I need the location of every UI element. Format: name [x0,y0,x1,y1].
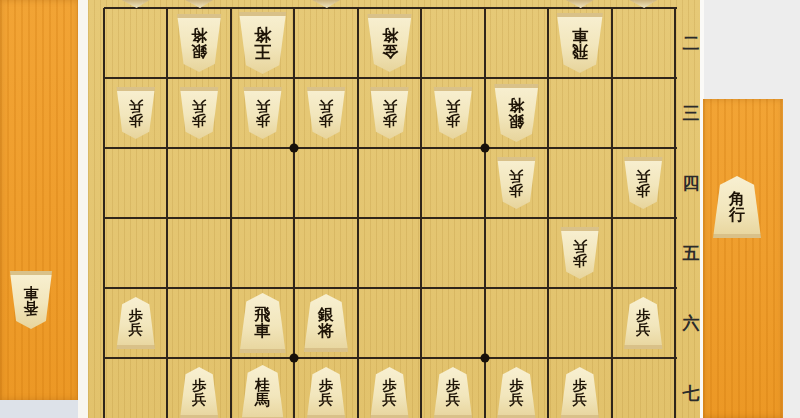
piece-kanji: 歩 [636,309,650,323]
piece-歩兵-gote[interactable]: 歩兵 [496,157,536,209]
piece-kanji: 歩 [509,183,523,197]
grid-line [104,77,677,79]
piece-kanji: 兵 [446,99,460,113]
piece-kanji: 兵 [636,323,650,337]
piece-kanji: 兵 [256,99,270,113]
piece-歩兵-gote[interactable]: 歩兵 [306,87,346,139]
piece-kanji: 将 [382,27,398,43]
piece-kanji: 兵 [192,99,206,113]
piece-銀将-gote[interactable]: 銀将 [176,14,222,72]
grid-line [104,287,677,289]
sente-piece-stand[interactable]: 角行 [703,99,783,418]
piece-kanji: 馬 [255,393,270,408]
piece-kanji: 歩 [256,113,270,127]
piece-歩兵-gote[interactable]: 歩兵 [623,157,663,209]
piece-kanji: 桂 [255,378,270,393]
grid-line [104,217,677,219]
piece-kanji: 銀 [191,43,207,59]
piece-kanji: 兵 [319,393,333,407]
piece-kanji: 兵 [383,393,397,407]
piece-kanji: 歩 [446,379,460,393]
shogi-screenshot: 香車 二三四五六七銀将王将金将飛車歩兵歩兵歩兵歩兵歩兵歩兵銀将歩兵歩兵歩兵歩兵飛… [0,0,800,418]
piece-kanji: 兵 [319,99,333,113]
piece-歩兵-gote[interactable]: 歩兵 [179,87,219,139]
shogi-board[interactable]: 二三四五六七銀将王将金将飛車歩兵歩兵歩兵歩兵歩兵歩兵銀将歩兵歩兵歩兵歩兵飛車銀将… [88,0,700,418]
piece-香車-gote[interactable]: 香車 [9,271,53,329]
piece-歩兵-sente[interactable]: 歩兵 [496,367,536,418]
piece-kanji: 歩 [192,113,206,127]
piece-kanji: 金 [382,43,398,59]
piece-kanji: 歩 [192,379,206,393]
gote-piece-stand[interactable]: 香車 [0,0,78,400]
piece-kanji: 行 [729,207,745,223]
piece-角行-sente[interactable]: 角行 [712,176,762,238]
rank-label: 四 [679,172,703,195]
table-gap-left [78,0,88,418]
piece-kanji: 兵 [573,239,587,253]
piece-歩兵-gote[interactable]: 歩兵 [433,87,473,139]
piece-kanji: 歩 [383,379,397,393]
piece-kanji: 兵 [573,393,587,407]
piece-kanji: 車 [572,27,588,43]
piece-kanji: 歩 [319,379,333,393]
piece-kanji: 歩 [573,253,587,267]
piece-kanji: 将 [318,323,334,339]
rank-label: 六 [679,312,703,335]
piece-kanji: 兵 [446,393,460,407]
piece-歩兵-gote[interactable]: 歩兵 [560,227,600,279]
rank-label: 二 [679,32,703,55]
piece-歩兵-sente[interactable]: 歩兵 [560,367,600,418]
piece-kanji: 歩 [383,113,397,127]
piece-桂馬-sente[interactable]: 桂馬 [241,365,285,418]
piece-歩兵-sente[interactable]: 歩兵 [179,367,219,418]
piece-kanji: 兵 [509,393,523,407]
piece-kanji: 角 [729,191,745,207]
piece-kanji: 飛 [572,43,588,59]
piece-kanji: 兵 [383,99,397,113]
piece-kanji: 歩 [129,113,143,127]
piece-歩兵-sente[interactable]: 歩兵 [306,367,346,418]
piece-kanji: 銀 [508,113,524,129]
piece-kanji: 車 [24,285,39,300]
piece-王将-gote[interactable]: 王将 [238,12,287,74]
piece-銀将-sente[interactable]: 銀将 [303,294,349,352]
piece-飛車-gote[interactable]: 飛車 [556,13,604,73]
piece-歩兵-sente[interactable]: 歩兵 [623,297,663,349]
piece-歩兵-sente[interactable]: 歩兵 [433,367,473,418]
grid-line [104,7,677,9]
piece-kanji: 飛 [255,307,271,323]
board-grid[interactable]: 二三四五六七銀将王将金将飛車歩兵歩兵歩兵歩兵歩兵歩兵銀将歩兵歩兵歩兵歩兵飛車銀将… [88,0,700,418]
piece-kanji: 歩 [319,113,333,127]
rank-label: 五 [679,242,703,265]
piece-kanji: 歩 [129,309,143,323]
piece-kanji: 将 [508,97,524,113]
star-point [480,144,489,153]
piece-kanji: 兵 [509,169,523,183]
piece-kanji: 歩 [636,183,650,197]
piece-歩兵-gote[interactable]: 歩兵 [116,87,156,139]
piece-kanji: 王 [254,43,271,60]
piece-金将-gote[interactable]: 金将 [367,14,413,72]
piece-歩兵-sente[interactable]: 歩兵 [116,297,156,349]
star-point [290,144,299,153]
piece-歩兵-gote[interactable]: 歩兵 [370,87,410,139]
piece-kanji: 兵 [636,169,650,183]
piece-kanji: 兵 [129,323,143,337]
background-strip-bottom-left [0,400,78,418]
piece-kanji: 将 [254,26,271,43]
piece-kanji: 歩 [509,379,523,393]
grid-line [104,147,677,149]
piece-歩兵-gote[interactable]: 歩兵 [243,87,283,139]
piece-kanji: 歩 [573,379,587,393]
piece-飛車-sente[interactable]: 飛車 [239,293,287,353]
piece-kanji: 兵 [129,99,143,113]
piece-kanji: 歩 [446,113,460,127]
piece-kanji: 銀 [318,307,334,323]
grid-line [104,357,677,359]
piece-歩兵-sente[interactable]: 歩兵 [370,367,410,418]
piece-銀将-gote[interactable]: 銀将 [493,84,539,142]
piece-kanji: 兵 [192,393,206,407]
star-point [480,354,489,363]
piece-kanji: 車 [255,323,271,339]
piece-kanji: 香 [24,300,39,315]
rank-label: 三 [679,102,703,125]
rank-label: 七 [679,382,703,405]
piece-kanji: 将 [191,27,207,43]
star-point [290,354,299,363]
